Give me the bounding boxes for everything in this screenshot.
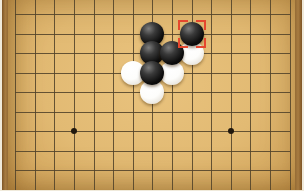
grid-line-vertical: [54, 0, 55, 190]
star-point: [228, 128, 234, 134]
grid-line-vertical: [113, 0, 114, 190]
grid-line-horizontal: [15, 190, 289, 191]
grid-line-horizontal: [15, 112, 289, 113]
marker-corner-tr: [196, 20, 206, 30]
grid-line-vertical: [94, 0, 95, 190]
grid-line-vertical: [270, 0, 271, 190]
grid-line-vertical: [172, 0, 173, 190]
marker-corner-br: [196, 38, 206, 48]
grid-line-vertical: [74, 0, 75, 190]
star-point: [71, 128, 77, 134]
grid-line-horizontal: [15, 14, 289, 15]
go-board[interactable]: [0, 0, 304, 190]
grid-line-vertical: [35, 0, 36, 190]
marker-corner-tl: [178, 20, 188, 30]
grid-line-vertical: [290, 0, 291, 190]
last-move-marker: [178, 20, 206, 48]
grid-line-vertical: [250, 0, 251, 190]
grid-line-horizontal: [15, 151, 289, 152]
grid-line-vertical: [211, 0, 212, 190]
grid-line-vertical: [231, 0, 232, 190]
grid-line-vertical: [15, 0, 16, 190]
black-stone: [140, 61, 164, 85]
marker-corner-bl: [178, 38, 188, 48]
grid-line-horizontal: [15, 170, 289, 171]
grid-line-horizontal: [15, 131, 289, 132]
grid-line-vertical: [133, 0, 134, 190]
goban-stage: [0, 0, 304, 190]
